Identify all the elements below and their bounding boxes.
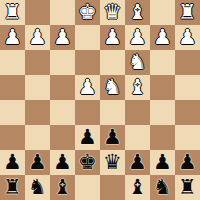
square-b7[interactable]: ♟ — [150, 150, 175, 175]
square-a2[interactable]: ♟ — [175, 25, 200, 50]
square-c2[interactable]: ♟ — [125, 25, 150, 50]
square-g5[interactable] — [25, 100, 50, 125]
square-e2[interactable] — [75, 25, 100, 50]
square-b2[interactable]: ♟ — [150, 25, 175, 50]
white-bishop-c1[interactable]: ♝ — [128, 0, 147, 25]
square-b3[interactable] — [150, 50, 175, 75]
square-f4[interactable] — [50, 75, 75, 100]
square-b4[interactable] — [150, 75, 175, 100]
square-b8[interactable]: ♞ — [150, 175, 175, 200]
square-e7[interactable]: ♚ — [75, 150, 100, 175]
square-a1[interactable]: ♜ — [175, 0, 200, 25]
white-rook-a1[interactable]: ♜ — [178, 0, 197, 25]
white-pawn-g2[interactable]: ♟ — [28, 25, 47, 50]
black-bishop-c8[interactable]: ♝ — [128, 175, 147, 200]
white-pawn-f2[interactable]: ♟ — [53, 25, 72, 50]
square-c6[interactable] — [125, 125, 150, 150]
square-b5[interactable] — [150, 100, 175, 125]
black-rook-h8[interactable]: ♜ — [3, 175, 22, 200]
square-f7[interactable]: ♟ — [50, 150, 75, 175]
square-h5[interactable] — [0, 100, 25, 125]
square-a3[interactable] — [175, 50, 200, 75]
square-g3[interactable] — [25, 50, 50, 75]
white-knight-d4[interactable]: ♞ — [103, 75, 122, 100]
square-h8[interactable]: ♜ — [0, 175, 25, 200]
square-c3[interactable]: ♞ — [125, 50, 150, 75]
black-pawn-e6[interactable]: ♟ — [78, 125, 97, 150]
square-g4[interactable] — [25, 75, 50, 100]
square-f5[interactable] — [50, 100, 75, 125]
white-pawn-e4[interactable]: ♟ — [78, 75, 97, 100]
white-pawn-d2[interactable]: ♟ — [103, 25, 122, 50]
square-h3[interactable] — [0, 50, 25, 75]
black-pawn-b7[interactable]: ♟ — [153, 150, 172, 175]
square-a6[interactable] — [175, 125, 200, 150]
square-g6[interactable] — [25, 125, 50, 150]
square-g8[interactable]: ♞ — [25, 175, 50, 200]
square-e1[interactable]: ♚ — [75, 0, 100, 25]
square-c1[interactable]: ♝ — [125, 0, 150, 25]
square-d6[interactable]: ♟ — [100, 125, 125, 150]
square-g2[interactable]: ♟ — [25, 25, 50, 50]
square-e5[interactable] — [75, 100, 100, 125]
black-queen-d7[interactable]: ♛ — [103, 150, 122, 175]
white-knight-c3[interactable]: ♞ — [128, 50, 147, 75]
square-d3[interactable] — [100, 50, 125, 75]
square-g1[interactable] — [25, 0, 50, 25]
square-g7[interactable]: ♟ — [25, 150, 50, 175]
white-rook-h1[interactable]: ♜ — [3, 0, 22, 25]
square-c4[interactable]: ♝ — [125, 75, 150, 100]
square-d2[interactable]: ♟ — [100, 25, 125, 50]
square-a5[interactable] — [175, 100, 200, 125]
square-f6[interactable] — [50, 125, 75, 150]
black-bishop-f8[interactable]: ♝ — [53, 175, 72, 200]
white-king-e1[interactable]: ♚ — [78, 0, 97, 25]
square-b1[interactable] — [150, 0, 175, 25]
square-e6[interactable]: ♟ — [75, 125, 100, 150]
black-rook-a8[interactable]: ♜ — [178, 175, 197, 200]
square-h1[interactable]: ♜ — [0, 0, 25, 25]
square-h6[interactable] — [0, 125, 25, 150]
square-a8[interactable]: ♜ — [175, 175, 200, 200]
black-knight-g8[interactable]: ♞ — [28, 175, 47, 200]
square-a7[interactable]: ♟ — [175, 150, 200, 175]
chess-board: ♜♚♛♝♜♟♟♟♟♟♟♟♞♟♞♝♟♟♟♟♟♚♛♟♟♟♜♞♝♝♞♜ — [0, 0, 200, 200]
square-b6[interactable] — [150, 125, 175, 150]
black-pawn-a7[interactable]: ♟ — [178, 150, 197, 175]
black-pawn-g7[interactable]: ♟ — [28, 150, 47, 175]
square-e3[interactable] — [75, 50, 100, 75]
square-f3[interactable] — [50, 50, 75, 75]
square-h2[interactable]: ♟ — [0, 25, 25, 50]
white-pawn-a2[interactable]: ♟ — [178, 25, 197, 50]
black-pawn-d6[interactable]: ♟ — [103, 125, 122, 150]
square-h7[interactable]: ♟ — [0, 150, 25, 175]
square-d8[interactable] — [100, 175, 125, 200]
square-f8[interactable]: ♝ — [50, 175, 75, 200]
square-d7[interactable]: ♛ — [100, 150, 125, 175]
square-f2[interactable]: ♟ — [50, 25, 75, 50]
square-a4[interactable] — [175, 75, 200, 100]
black-king-e7[interactable]: ♚ — [78, 150, 97, 175]
black-pawn-f7[interactable]: ♟ — [53, 150, 72, 175]
black-pawn-h7[interactable]: ♟ — [3, 150, 22, 175]
white-queen-d1[interactable]: ♛ — [103, 0, 122, 25]
square-e8[interactable] — [75, 175, 100, 200]
white-pawn-b2[interactable]: ♟ — [153, 25, 172, 50]
square-c5[interactable] — [125, 100, 150, 125]
square-d4[interactable]: ♞ — [100, 75, 125, 100]
square-d5[interactable] — [100, 100, 125, 125]
square-e4[interactable]: ♟ — [75, 75, 100, 100]
square-f1[interactable] — [50, 0, 75, 25]
white-pawn-h2[interactable]: ♟ — [3, 25, 22, 50]
white-bishop-c4[interactable]: ♝ — [128, 75, 147, 100]
square-h4[interactable] — [0, 75, 25, 100]
square-c7[interactable]: ♟ — [125, 150, 150, 175]
white-pawn-c2[interactable]: ♟ — [128, 25, 147, 50]
square-d1[interactable]: ♛ — [100, 0, 125, 25]
square-c8[interactable]: ♝ — [125, 175, 150, 200]
black-pawn-c7[interactable]: ♟ — [128, 150, 147, 175]
black-knight-b8[interactable]: ♞ — [153, 175, 172, 200]
